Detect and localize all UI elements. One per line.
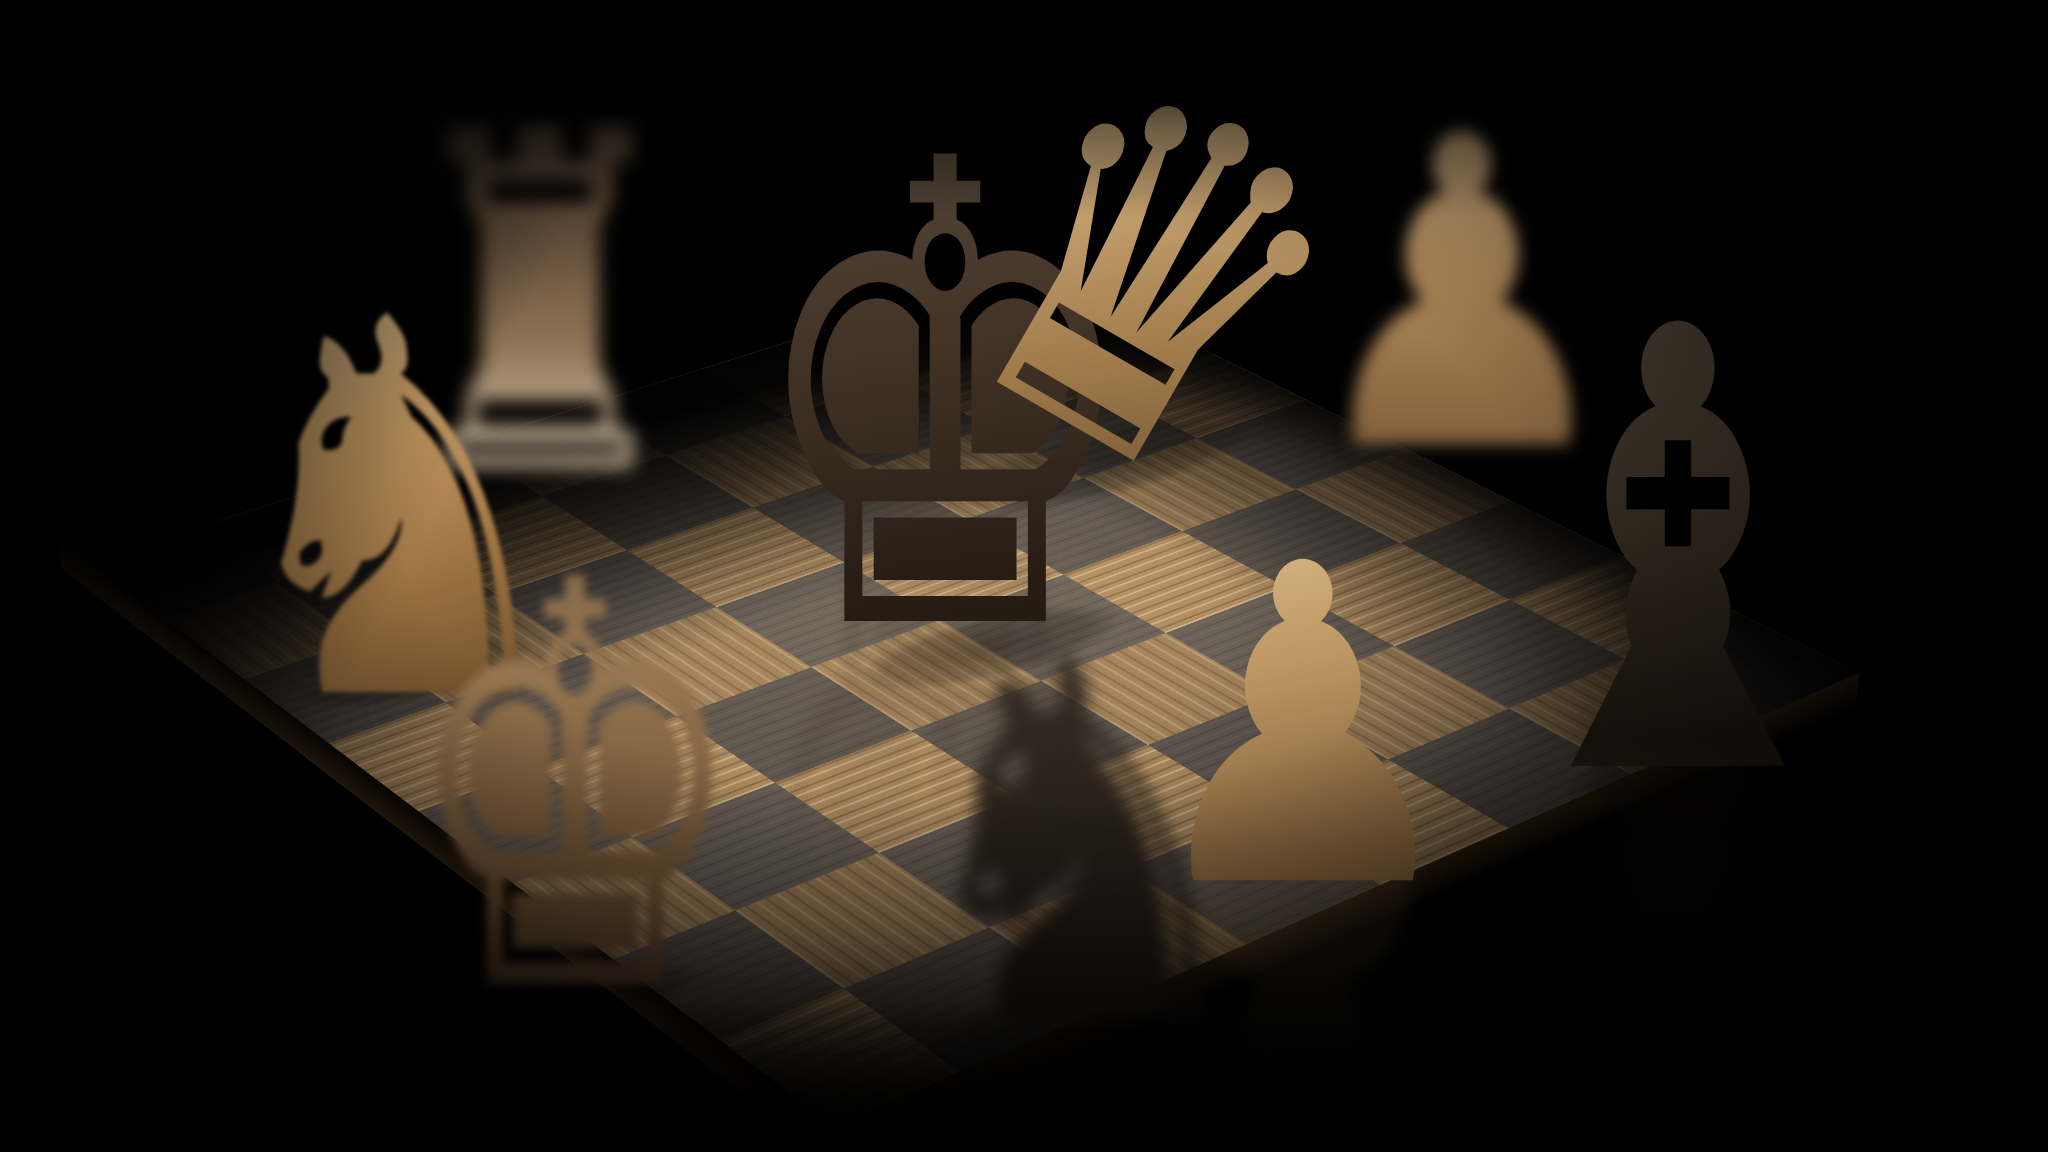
board-squares — [62, 265, 1860, 1140]
chess-board-3d — [62, 265, 1860, 1140]
chess-scene: ♜♞♚♚♚♛♟♝♝♟♟♞ — [0, 0, 2048, 1152]
